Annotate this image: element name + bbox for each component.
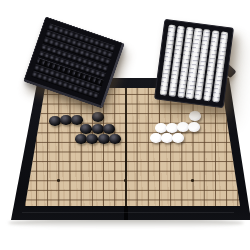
star-point — [57, 179, 60, 181]
black-stone — [109, 134, 120, 144]
black-stone — [49, 116, 60, 126]
white-stone — [188, 122, 199, 132]
white-stone — [166, 123, 177, 133]
black-stone — [71, 115, 82, 125]
white-stone — [177, 122, 188, 132]
star-point — [191, 179, 194, 181]
black-stone — [98, 134, 109, 144]
black-stone — [60, 115, 71, 125]
white-stone — [155, 123, 166, 133]
black-stone — [103, 124, 114, 134]
white-stone-tray — [154, 19, 234, 108]
black-stone — [75, 134, 86, 144]
board-fold-hinge — [125, 88, 127, 206]
product-photo — [0, 0, 250, 250]
black-stone — [92, 112, 103, 122]
frame-gloss-highlight — [22, 212, 234, 213]
white-stone — [172, 133, 183, 143]
black-stone — [92, 124, 103, 134]
star-point — [124, 179, 127, 181]
black-stone — [86, 134, 97, 144]
white-stone — [161, 133, 172, 143]
white-stone — [189, 111, 200, 121]
black-stone — [80, 124, 91, 134]
white-stone — [150, 133, 161, 143]
